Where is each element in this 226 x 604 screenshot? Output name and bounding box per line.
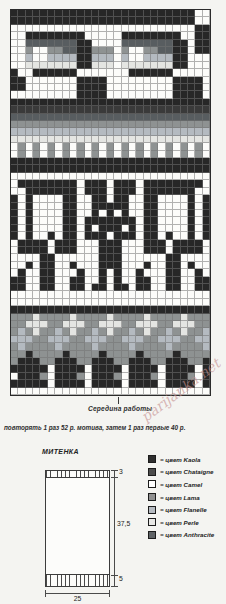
chart-cell-camel — [48, 299, 55, 306]
chart-cell-lama — [181, 143, 188, 150]
chart-cell-perle — [144, 328, 151, 335]
chart-cell-flanelle — [70, 128, 77, 135]
chart-cell-camel — [11, 25, 18, 32]
chart-cell-kaola — [158, 247, 165, 254]
chart-cell-lama — [33, 121, 40, 128]
chart-cell-camel — [122, 373, 129, 380]
chart-cell-kaola — [107, 165, 114, 172]
chart-cell-camel — [188, 69, 195, 76]
chart-cell-kaola — [18, 240, 25, 247]
chart-cell-lama — [136, 328, 143, 335]
chart-cell-lama — [55, 351, 62, 358]
chart-cell-camel — [107, 269, 114, 276]
chart-cell-camel — [122, 247, 129, 254]
chart-cell-kaola — [203, 25, 210, 32]
chart-cell-chataigne — [158, 106, 165, 113]
chart-cell-kaola — [122, 195, 129, 202]
chart-cell-camel — [129, 269, 136, 276]
chart-cell-camel — [55, 284, 62, 291]
chart-cell-chataigne — [151, 106, 158, 113]
chart-cell-kaola — [40, 99, 47, 106]
chart-cell-kaola — [77, 99, 84, 106]
chart-cell-kaola — [48, 158, 55, 165]
chart-cell-camel — [55, 277, 62, 284]
chart-cell-flanelle — [122, 54, 129, 61]
chart-cell-chataigne — [55, 106, 62, 113]
chart-cell-kaola — [26, 195, 33, 202]
chart-cell-camel — [77, 217, 84, 224]
chart-cell-camel — [166, 195, 173, 202]
chart-cell-camel — [166, 84, 173, 91]
chart-cell-kaola — [173, 351, 180, 358]
chart-cell-kaola — [99, 262, 106, 269]
chart-cell-flanelle — [114, 128, 121, 135]
chart-cell-flanelle — [70, 54, 77, 61]
chart-cell-anthracite — [166, 40, 173, 47]
chart-cell-lama — [11, 314, 18, 321]
chart-cell-lama — [48, 328, 55, 335]
chart-cell-camel — [195, 365, 202, 372]
chart-cell-camel — [195, 291, 202, 298]
chart-cell-kaola — [92, 203, 99, 210]
chart-cell-kaola — [173, 277, 180, 284]
chart-cell-kaola — [85, 158, 92, 165]
chart-cell-camel — [122, 69, 129, 76]
chart-cell-camel — [158, 151, 165, 158]
chart-cell-anthracite — [166, 47, 173, 54]
chart-cell-kaola — [129, 99, 136, 106]
chart-cell-kaola — [107, 225, 114, 232]
chart-cell-camel — [55, 84, 62, 91]
chart-cell-camel — [77, 188, 84, 195]
chart-cell-flanelle — [195, 128, 202, 135]
chart-cell-camel — [114, 69, 121, 76]
chart-cell-perle — [55, 136, 62, 143]
chart-cell-kaola — [11, 225, 18, 232]
chart-cell-camel — [85, 277, 92, 284]
chart-cell-camel — [18, 91, 25, 98]
chart-cell-kaola — [158, 188, 165, 195]
chart-cell-kaola — [195, 240, 202, 247]
chart-cell-camel — [33, 54, 40, 61]
chart-cell-kaola — [203, 158, 210, 165]
chart-cell-kaola — [26, 32, 33, 39]
chart-cell-kaola — [99, 232, 106, 239]
chart-cell-kaola — [173, 365, 180, 372]
chart-cell-camel — [181, 269, 188, 276]
chart-cell-kaola — [48, 269, 55, 276]
chart-cell-lama — [136, 314, 143, 321]
chart-cell-kaola — [33, 69, 40, 76]
chart-cell-camel — [158, 254, 165, 261]
chart-cell-kaola — [92, 188, 99, 195]
schematic-title: МИТЕНКА — [42, 448, 79, 455]
chart-cell-kaola — [26, 217, 33, 224]
chart-cell-chataigne — [188, 106, 195, 113]
chart-cell-camel — [85, 210, 92, 217]
chart-cell-kaola — [136, 380, 143, 387]
dim-width: 25 — [45, 595, 110, 602]
chart-cell-flanelle — [173, 336, 180, 343]
chart-cell-kaola — [136, 373, 143, 380]
chart-cell-flanelle — [203, 128, 210, 135]
chart-cell-kaola — [55, 99, 62, 106]
chart-cell-kaola — [18, 180, 25, 187]
chart-cell-camel — [203, 69, 210, 76]
chart-cell-camel — [129, 25, 136, 32]
chart-cell-kaola — [203, 32, 210, 39]
chart-cell-camel — [173, 151, 180, 158]
chart-cell-kaola — [48, 165, 55, 172]
chart-cell-anthracite — [107, 114, 114, 121]
chart-cell-kaola — [70, 188, 77, 195]
chart-cell-camel — [18, 291, 25, 298]
chart-cell-lama — [77, 373, 84, 380]
chart-cell-kaola — [33, 158, 40, 165]
chart-cell-camel — [166, 77, 173, 84]
chart-cell-camel — [70, 299, 77, 306]
chart-cell-camel — [11, 180, 18, 187]
chart-cell-camel — [144, 143, 151, 150]
chart-cell-camel — [107, 69, 114, 76]
chart-cell-kaola — [99, 10, 106, 17]
chart-cell-lama — [114, 336, 121, 343]
chart-cell-kaola — [188, 77, 195, 84]
chart-cell-kaola — [181, 47, 188, 54]
chart-cell-camel — [48, 91, 55, 98]
chart-cell-kaola — [55, 158, 62, 165]
chart-cell-camel — [122, 380, 129, 387]
chart-cell-perle — [99, 321, 106, 328]
chart-cell-camel — [85, 284, 92, 291]
chart-cell-camel — [33, 203, 40, 210]
chart-cell-flanelle — [144, 128, 151, 135]
chart-cell-camel — [107, 25, 114, 32]
chart-cell-flanelle — [55, 128, 62, 135]
chart-cell-kaola — [63, 195, 70, 202]
chart-cell-camel — [129, 240, 136, 247]
chart-cell-camel — [92, 40, 99, 47]
chart-cell-kaola — [166, 269, 173, 276]
chart-cell-camel — [136, 188, 143, 195]
chart-cell-kaola — [18, 269, 25, 276]
chart-cell-lama — [166, 351, 173, 358]
chart-cell-chataigne — [114, 106, 121, 113]
chart-cell-kaola — [85, 91, 92, 98]
chart-cell-kaola — [173, 188, 180, 195]
chart-cell-camel — [151, 269, 158, 276]
chart-cell-camel — [114, 151, 121, 158]
chart-cell-perle — [181, 328, 188, 335]
chart-cell-camel — [136, 291, 143, 298]
chart-cell-kaola — [40, 17, 47, 24]
chart-cell-camel — [203, 269, 210, 276]
chart-cell-anthracite — [173, 114, 180, 121]
chart-cell-camel — [85, 380, 92, 387]
chart-cell-kaola — [55, 247, 62, 254]
chart-cell-kaola — [40, 247, 47, 254]
chart-cell-camel — [122, 77, 129, 84]
chart-cell-kaola — [114, 165, 121, 172]
chart-cell-camel — [70, 291, 77, 298]
chart-cell-camel — [166, 240, 173, 247]
chart-cell-lama — [48, 351, 55, 358]
chart-cell-camel — [11, 373, 18, 380]
chart-cell-kaola — [70, 380, 77, 387]
chart-cell-kaola — [92, 10, 99, 17]
chart-cell-kaola — [122, 32, 129, 39]
chart-cell-flanelle — [173, 128, 180, 135]
chart-cell-lama — [92, 321, 99, 328]
chart-cell-camel — [166, 91, 173, 98]
chart-cell-kaola — [181, 91, 188, 98]
chart-cell-lama — [92, 151, 99, 158]
chart-cell-kaola — [63, 210, 70, 217]
chart-cell-anthracite — [122, 114, 129, 121]
chart-cell-anthracite — [33, 114, 40, 121]
chart-cell-camel — [99, 299, 106, 306]
chart-cell-kaola — [181, 165, 188, 172]
chart-cell-kaola — [166, 254, 173, 261]
chart-cell-kaola — [63, 158, 70, 165]
chart-cell-camel — [26, 277, 33, 284]
chart-cell-lama — [122, 343, 129, 350]
center-of-work-label: Середина работы — [60, 405, 180, 412]
chart-cell-kaola — [18, 158, 25, 165]
chart-cell-kaola — [158, 240, 165, 247]
chart-cell-flanelle — [63, 336, 70, 343]
chart-cell-camel — [107, 299, 114, 306]
chart-cell-camel — [129, 77, 136, 84]
chart-cell-kaola — [136, 306, 143, 313]
chart-cell-kaola — [18, 380, 25, 387]
chart-cell-kaola — [166, 373, 173, 380]
chart-cell-camel — [55, 143, 62, 150]
chart-cell-kaola — [99, 165, 106, 172]
chart-cell-kaola — [107, 254, 114, 261]
chart-cell-kaola — [181, 358, 188, 365]
chart-cell-camel — [33, 291, 40, 298]
chart-cell-camel — [129, 388, 136, 395]
chart-cell-camel — [173, 291, 180, 298]
chart-cell-lama — [107, 143, 114, 150]
chart-cell-kaola — [166, 165, 173, 172]
chart-cell-perle — [33, 321, 40, 328]
chart-cell-kaola — [144, 180, 151, 187]
chart-cell-flanelle — [11, 336, 18, 343]
chart-cell-kaola — [55, 306, 62, 313]
chart-cell-camel — [136, 195, 143, 202]
chart-cell-kaola — [122, 99, 129, 106]
chart-cell-kaola — [151, 232, 158, 239]
chart-cell-kaola — [70, 232, 77, 239]
chart-cell-kaola — [63, 358, 70, 365]
chart-cell-kaola — [122, 165, 129, 172]
chart-cell-kaola — [166, 277, 173, 284]
chart-cell-camel — [114, 291, 121, 298]
chart-cell-kaola — [77, 10, 84, 17]
chart-cell-lama — [195, 121, 202, 128]
chart-cell-kaola — [136, 365, 143, 372]
chart-cell-lama — [122, 358, 129, 365]
chart-cell-lama — [129, 321, 136, 328]
chart-cell-lama — [173, 343, 180, 350]
chart-cell-kaola — [136, 351, 143, 358]
chart-cell-kaola — [195, 40, 202, 47]
chart-cell-chataigne — [18, 106, 25, 113]
chart-cell-perle — [158, 62, 165, 69]
chart-cell-kaola — [11, 365, 18, 372]
chart-cell-camel — [129, 91, 136, 98]
chart-cell-camel — [85, 195, 92, 202]
chart-cell-kaola — [63, 240, 70, 247]
chart-cell-camel — [195, 373, 202, 380]
chart-cell-camel — [33, 225, 40, 232]
chart-cell-kaola — [173, 40, 180, 47]
chart-cell-camel — [195, 380, 202, 387]
chart-cell-perle — [40, 136, 47, 143]
chart-cell-camel — [18, 254, 25, 261]
chart-cell-lama — [136, 343, 143, 350]
chart-cell-camel — [188, 388, 195, 395]
chart-cell-kaola — [122, 217, 129, 224]
chart-cell-camel — [107, 180, 114, 187]
chart-cell-kaola — [40, 380, 47, 387]
chart-cell-perle — [107, 62, 114, 69]
chart-cell-lama — [70, 121, 77, 128]
chart-cell-kaola — [166, 17, 173, 24]
chart-cell-anthracite — [63, 114, 70, 121]
chart-cell-lama — [55, 314, 62, 321]
chart-cell-kaola — [63, 232, 70, 239]
chart-cell-flanelle — [26, 54, 33, 61]
chart-cell-kaola — [181, 77, 188, 84]
chart-cell-kaola — [48, 32, 55, 39]
chart-cell-kaola — [99, 254, 106, 261]
center-of-work-tick — [118, 397, 119, 404]
chart-cell-kaola — [70, 10, 77, 17]
chart-cell-kaola — [11, 306, 18, 313]
chart-cell-kaola — [99, 351, 106, 358]
chart-cell-anthracite — [85, 114, 92, 121]
chart-cell-camel — [85, 299, 92, 306]
chart-cell-kaola — [144, 210, 151, 217]
chart-cell-lama — [85, 351, 92, 358]
chart-cell-kaola — [26, 210, 33, 217]
chart-cell-kaola — [48, 284, 55, 291]
chart-cell-kaola — [166, 180, 173, 187]
chart-cell-kaola — [203, 284, 210, 291]
chart-cell-lama — [151, 351, 158, 358]
chart-cell-kaola — [151, 69, 158, 76]
chart-cell-kaola — [70, 262, 77, 269]
chart-cell-perle — [26, 62, 33, 69]
chart-cell-kaola — [11, 77, 18, 84]
chart-cell-camel — [203, 262, 210, 269]
chart-cell-perle — [122, 136, 129, 143]
chart-cell-camel — [92, 32, 99, 39]
chart-cell-camel — [144, 388, 151, 395]
chart-cell-camel — [85, 262, 92, 269]
chart-cell-anthracite — [33, 40, 40, 47]
chart-cell-lama — [40, 314, 47, 321]
chart-cell-kaola — [18, 17, 25, 24]
chart-cell-camel — [33, 262, 40, 269]
chart-cell-perle — [173, 136, 180, 143]
chart-cell-kaola — [107, 158, 114, 165]
chart-cell-camel — [203, 17, 210, 24]
chart-cell-camel — [85, 151, 92, 158]
chart-cell-kaola — [181, 84, 188, 91]
chart-cell-flanelle — [158, 128, 165, 135]
chart-cell-camel — [158, 365, 165, 372]
chart-cell-kaola — [70, 365, 77, 372]
chart-cell-kaola — [70, 165, 77, 172]
chart-cell-lama — [114, 121, 121, 128]
chart-cell-lama — [99, 343, 106, 350]
chart-cell-kaola — [77, 32, 84, 39]
chart-cell-kaola — [55, 10, 62, 17]
chart-cell-perle — [181, 321, 188, 328]
chart-cell-camel — [77, 240, 84, 247]
chart-cell-perle — [136, 321, 143, 328]
chart-cell-camel — [85, 373, 92, 380]
chart-cell-camel — [55, 388, 62, 395]
chart-cell-camel — [181, 173, 188, 180]
chart-cell-camel — [158, 284, 165, 291]
chart-cell-camel — [92, 269, 99, 276]
chart-cell-kaola — [181, 188, 188, 195]
chart-cell-camel — [107, 32, 114, 39]
chart-cell-kaola — [114, 10, 121, 17]
chart-cell-kaola — [77, 47, 84, 54]
chart-cell-lama — [99, 314, 106, 321]
chart-cell-chataigne — [85, 106, 92, 113]
chart-cell-camel — [151, 262, 158, 269]
chart-cell-camel — [55, 254, 62, 261]
chart-cell-kaola — [107, 99, 114, 106]
chart-cell-lama — [18, 321, 25, 328]
chart-cell-chataigne — [136, 106, 143, 113]
chart-cell-perle — [188, 136, 195, 143]
chart-cell-flanelle — [92, 343, 99, 350]
chart-cell-kaola — [92, 180, 99, 187]
chart-cell-kaola — [70, 373, 77, 380]
chart-cell-kaola — [203, 203, 210, 210]
chart-cell-kaola — [129, 158, 136, 165]
chart-cell-kaola — [144, 240, 151, 247]
chart-cell-camel — [122, 262, 129, 269]
chart-cell-kaola — [26, 203, 33, 210]
chart-cell-camel — [188, 291, 195, 298]
chart-cell-kaola — [85, 77, 92, 84]
chart-cell-kaola — [107, 365, 114, 372]
chart-cell-kaola — [144, 373, 151, 380]
chart-cell-lama — [107, 343, 114, 350]
chart-cell-camel — [195, 254, 202, 261]
chart-cell-kaola — [173, 47, 180, 54]
chart-cell-kaola — [151, 158, 158, 165]
chart-cell-kaola — [11, 165, 18, 172]
chart-cell-camel — [188, 269, 195, 276]
chart-cell-perle — [166, 136, 173, 143]
chart-cell-kaola — [70, 240, 77, 247]
chart-cell-kaola — [33, 306, 40, 313]
chart-cell-perle — [107, 328, 114, 335]
chart-cell-lama — [181, 336, 188, 343]
chart-cell-camel — [40, 151, 47, 158]
chart-cell-camel — [114, 25, 121, 32]
